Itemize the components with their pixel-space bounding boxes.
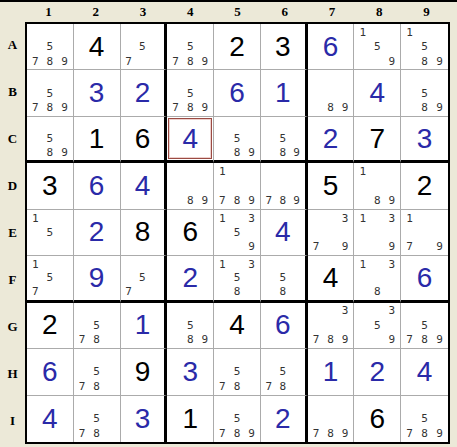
pencil-mark-3: 3 [338, 304, 353, 318]
pencil-mark-8: 8 [323, 100, 338, 114]
pencil-mark-7: 7 [75, 333, 90, 347]
cell-value-A2: 4 [74, 24, 120, 69]
cell-value-F9: 6 [401, 256, 448, 299]
cell-value-B5: 6 [214, 70, 260, 115]
pencil-mark-7: 7 [122, 285, 136, 299]
pencil-marks-F6: 58 [262, 257, 304, 298]
pencil-mark-9: 9 [338, 426, 353, 441]
pencil-mark-9: 9 [432, 100, 447, 114]
pencil-mark-8: 8 [230, 193, 245, 207]
column-label-9: 9 [403, 2, 450, 22]
cell-value-C8: 7 [354, 117, 400, 160]
cell-I7[interactable]: 789 [308, 396, 355, 442]
cell-I1[interactable]: 4 [27, 396, 74, 442]
pencil-mark-9: 9 [57, 100, 72, 114]
pencil-marks-E7: 379 [309, 211, 353, 254]
pencil-mark-7: 7 [75, 379, 90, 393]
sudoku-app: 123456789 ABCDEFGHI 57894575789236159158… [0, 0, 457, 447]
pencil-mark-1: 1 [355, 25, 370, 39]
cell-H8[interactable]: 2 [354, 349, 401, 395]
pencil-mark-5: 5 [230, 411, 245, 426]
pencil-mark-8: 8 [43, 100, 58, 114]
pencil-mark-5: 5 [370, 318, 385, 332]
cell-value-H3: 9 [121, 349, 165, 394]
pencil-mark-5: 5 [43, 39, 58, 53]
pencil-mark-8: 8 [276, 379, 290, 393]
cell-E7[interactable]: 379 [308, 210, 355, 256]
column-label-2: 2 [72, 2, 119, 22]
pencil-mark-5: 5 [230, 271, 245, 285]
pencil-mark-5: 5 [89, 318, 104, 332]
cell-value-C4: 4 [167, 117, 213, 160]
cell-A7[interactable]: 6 [308, 24, 355, 70]
cell-value-I6: 2 [261, 396, 305, 442]
pencil-mark-5: 5 [89, 365, 104, 379]
pencil-mark-9: 9 [290, 193, 304, 207]
cell-value-E2: 2 [74, 210, 120, 255]
cell-C9[interactable]: 3 [401, 117, 448, 163]
cell-D7[interactable]: 5 [308, 163, 355, 209]
row-label-C: C [0, 116, 25, 163]
pencil-mark-9: 9 [432, 426, 447, 441]
pencil-mark-8: 8 [89, 379, 104, 393]
pencil-marks-A9: 1589 [402, 25, 447, 68]
pencil-mark-5: 5 [89, 411, 104, 426]
cell-A9[interactable]: 1589 [401, 24, 448, 70]
pencil-mark-5: 5 [135, 39, 149, 53]
pencil-marks-C5: 589 [215, 118, 259, 159]
pencil-mark-7: 7 [122, 54, 136, 68]
pencil-mark-8: 8 [183, 100, 198, 114]
cell-D1[interactable]: 3 [27, 163, 74, 209]
pencil-mark-8: 8 [43, 146, 58, 160]
cell-B3[interactable]: 2 [121, 70, 168, 116]
cell-E1[interactable]: 15 [27, 210, 74, 256]
pencil-mark-8: 8 [323, 333, 338, 347]
column-label-3: 3 [119, 2, 166, 22]
pencil-mark-9: 9 [385, 333, 400, 347]
pencil-mark-5: 5 [183, 86, 198, 100]
pencil-mark-9: 9 [432, 333, 447, 347]
cell-value-I1: 4 [27, 396, 73, 442]
cell-F8[interactable]: 138 [354, 256, 401, 302]
cell-value-G6: 6 [261, 303, 305, 348]
cell-G6[interactable]: 6 [261, 303, 308, 349]
cell-B2[interactable]: 3 [74, 70, 121, 116]
pencil-marks-A3: 57 [122, 25, 164, 68]
cell-D8[interactable]: 189 [354, 163, 401, 209]
pencil-mark-9: 9 [244, 146, 259, 160]
cell-C4[interactable]: 4 [167, 117, 214, 163]
cell-value-I4: 1 [167, 396, 213, 442]
cell-I8[interactable]: 6 [354, 396, 401, 442]
cell-value-H8: 2 [354, 349, 400, 394]
cell-value-B2: 3 [74, 70, 120, 115]
pencil-mark-9: 9 [338, 100, 353, 114]
pencil-marks-H6: 578 [262, 350, 304, 393]
pencil-mark-5: 5 [370, 39, 385, 53]
pencil-mark-5: 5 [276, 271, 290, 285]
cell-G8[interactable]: 359 [354, 303, 401, 349]
pencil-mark-9: 9 [198, 193, 213, 207]
row-label-G: G [0, 303, 25, 350]
pencil-mark-8: 8 [370, 193, 385, 207]
pencil-mark-9: 9 [385, 54, 400, 68]
cell-F6[interactable]: 58 [261, 256, 308, 302]
cell-value-D9: 2 [401, 163, 448, 208]
pencil-mark-9: 9 [338, 333, 353, 347]
pencil-mark-7: 7 [402, 240, 417, 254]
pencil-mark-8: 8 [230, 146, 245, 160]
cell-value-A7: 6 [308, 24, 354, 69]
cell-value-E4: 6 [167, 210, 213, 255]
pencil-mark-7: 7 [28, 285, 43, 299]
pencil-mark-3: 3 [385, 257, 400, 271]
pencil-marks-E1: 15 [28, 211, 72, 254]
pencil-marks-G2: 578 [75, 304, 119, 347]
pencil-marks-D5: 1789 [215, 164, 259, 207]
pencil-mark-1: 1 [215, 257, 230, 271]
cell-G5[interactable]: 4 [214, 303, 261, 349]
cell-C7[interactable]: 2 [308, 117, 355, 163]
pencil-mark-9: 9 [385, 193, 400, 207]
pencil-mark-1: 1 [28, 257, 43, 271]
cell-G9[interactable]: 5789 [401, 303, 448, 349]
row-label-I: I [0, 397, 25, 444]
pencil-mark-9: 9 [432, 240, 447, 254]
pencil-mark-5: 5 [183, 318, 198, 332]
cell-I5[interactable]: 5789 [214, 396, 261, 442]
pencil-mark-9: 9 [244, 193, 259, 207]
cell-I9[interactable]: 5789 [401, 396, 448, 442]
cell-value-E3: 8 [121, 210, 165, 255]
column-label-1: 1 [25, 2, 72, 22]
pencil-mark-5: 5 [43, 132, 58, 146]
pencil-mark-7: 7 [402, 333, 417, 347]
cell-E4[interactable]: 6 [167, 210, 214, 256]
column-label-7: 7 [308, 2, 355, 22]
cell-H9[interactable]: 4 [401, 349, 448, 395]
cell-E2[interactable]: 2 [74, 210, 121, 256]
pencil-marks-F8: 138 [355, 257, 399, 298]
pencil-mark-5: 5 [183, 39, 198, 53]
pencil-mark-5: 5 [417, 318, 432, 332]
pencil-mark-8: 8 [323, 426, 338, 441]
cell-I2[interactable]: 578 [74, 396, 121, 442]
board: 5789457578923615915895789325789618945895… [25, 22, 450, 444]
cell-B8[interactable]: 4 [354, 70, 401, 116]
pencil-mark-3: 3 [244, 211, 259, 225]
cell-A3[interactable]: 57 [121, 24, 168, 70]
cell-value-F7: 4 [308, 256, 354, 299]
cell-value-A6: 3 [261, 24, 305, 69]
pencil-mark-8: 8 [276, 146, 290, 160]
pencil-mark-7: 7 [215, 379, 230, 393]
pencil-mark-7: 7 [402, 426, 417, 441]
column-label-6: 6 [261, 2, 308, 22]
cell-D2[interactable]: 6 [74, 163, 121, 209]
column-label-4: 4 [167, 2, 214, 22]
cell-D6[interactable]: 789 [261, 163, 308, 209]
pencil-mark-8: 8 [43, 54, 58, 68]
pencil-mark-1: 1 [402, 25, 417, 39]
pencil-mark-8: 8 [183, 54, 198, 68]
pencil-mark-7: 7 [75, 426, 90, 441]
pencil-marks-I9: 5789 [402, 397, 447, 441]
row-labels: ABCDEFGHI [0, 22, 25, 444]
cell-value-D7: 5 [308, 163, 354, 208]
cell-E9[interactable]: 179 [401, 210, 448, 256]
pencil-marks-E9: 179 [402, 211, 447, 254]
cell-A1[interactable]: 5789 [27, 24, 74, 70]
pencil-marks-C1: 589 [28, 118, 72, 159]
cell-H3[interactable]: 9 [121, 349, 168, 395]
pencil-marks-A8: 159 [355, 25, 399, 68]
pencil-mark-7: 7 [215, 193, 230, 207]
pencil-mark-5: 5 [43, 225, 58, 239]
pencil-marks-B4: 5789 [168, 71, 212, 114]
cell-value-D1: 3 [27, 163, 73, 208]
pencil-mark-8: 8 [417, 426, 432, 441]
pencil-marks-I5: 5789 [215, 397, 259, 441]
cell-value-A5: 2 [214, 24, 260, 69]
pencil-mark-7: 7 [309, 426, 324, 441]
cell-value-C9: 3 [401, 117, 448, 160]
cell-C2[interactable]: 1 [74, 117, 121, 163]
cell-value-I3: 3 [121, 396, 165, 442]
pencil-mark-1: 1 [215, 164, 230, 178]
cell-A4[interactable]: 5789 [167, 24, 214, 70]
pencil-mark-7: 7 [215, 426, 230, 441]
pencil-marks-D4: 89 [168, 164, 212, 207]
cell-value-B3: 2 [121, 70, 165, 115]
pencil-mark-8: 8 [276, 285, 290, 299]
cell-D3[interactable]: 4 [121, 163, 168, 209]
pencil-mark-9: 9 [198, 54, 213, 68]
row-label-A: A [0, 22, 25, 69]
pencil-marks-I2: 578 [75, 397, 119, 441]
pencil-mark-3: 3 [244, 257, 259, 271]
pencil-mark-9: 9 [57, 146, 72, 160]
pencil-mark-8: 8 [370, 285, 385, 299]
cell-D4[interactable]: 89 [167, 163, 214, 209]
pencil-marks-F3: 57 [122, 257, 164, 298]
row-label-B: B [0, 69, 25, 116]
cell-G7[interactable]: 3789 [308, 303, 355, 349]
pencil-marks-D8: 189 [355, 164, 399, 207]
cell-B1[interactable]: 5789 [27, 70, 74, 116]
pencil-marks-B1: 5789 [28, 71, 72, 114]
cell-value-B6: 1 [261, 70, 305, 115]
pencil-mark-5: 5 [135, 271, 149, 285]
cell-value-G5: 4 [214, 303, 260, 348]
pencil-mark-7: 7 [309, 333, 324, 347]
cell-value-C3: 6 [121, 117, 165, 160]
pencil-mark-7: 7 [309, 240, 324, 254]
cell-A2[interactable]: 4 [74, 24, 121, 70]
pencil-mark-5: 5 [230, 365, 245, 379]
cell-H1[interactable]: 6 [27, 349, 74, 395]
pencil-marks-D6: 789 [262, 164, 304, 207]
cell-G1[interactable]: 2 [27, 303, 74, 349]
pencil-mark-3: 3 [385, 211, 400, 225]
cell-value-G3: 1 [121, 303, 165, 348]
cell-value-H1: 6 [27, 349, 73, 394]
row-label-F: F [0, 256, 25, 303]
row-label-D: D [0, 163, 25, 210]
pencil-mark-8: 8 [230, 285, 245, 299]
pencil-mark-7: 7 [262, 193, 276, 207]
pencil-marks-E5: 1359 [215, 211, 259, 254]
pencil-mark-3: 3 [338, 211, 353, 225]
pencil-mark-7: 7 [168, 54, 183, 68]
pencil-mark-3: 3 [385, 304, 400, 318]
cell-value-F2: 9 [74, 256, 120, 299]
pencil-marks-F5: 1358 [215, 257, 259, 298]
pencil-marks-G7: 3789 [309, 304, 353, 347]
pencil-mark-1: 1 [355, 211, 370, 225]
cell-value-H4: 3 [167, 349, 213, 394]
pencil-marks-G8: 359 [355, 304, 399, 347]
pencil-mark-5: 5 [417, 86, 432, 100]
cell-value-D2: 6 [74, 163, 120, 208]
cell-value-H7: 1 [308, 349, 354, 394]
cell-E5[interactable]: 1359 [214, 210, 261, 256]
pencil-marks-I7: 789 [309, 397, 353, 441]
column-label-8: 8 [356, 2, 403, 22]
pencil-mark-5: 5 [43, 271, 58, 285]
pencil-mark-5: 5 [417, 411, 432, 426]
cell-value-E6: 4 [261, 210, 305, 255]
pencil-mark-5: 5 [276, 132, 290, 146]
pencil-mark-5: 5 [417, 39, 432, 53]
pencil-marks-B7: 89 [309, 71, 353, 114]
cell-F1[interactable]: 157 [27, 256, 74, 302]
pencil-mark-7: 7 [262, 379, 276, 393]
cell-I3[interactable]: 3 [121, 396, 168, 442]
cell-B9[interactable]: 589 [401, 70, 448, 116]
cell-value-C2: 1 [74, 117, 120, 160]
pencil-marks-H2: 578 [75, 350, 119, 393]
cell-H5[interactable]: 578 [214, 349, 261, 395]
pencil-mark-1: 1 [215, 211, 230, 225]
pencil-marks-E8: 139 [355, 211, 399, 254]
pencil-mark-8: 8 [230, 379, 245, 393]
pencil-mark-8: 8 [417, 54, 432, 68]
cell-F7[interactable]: 4 [308, 256, 355, 302]
cell-H4[interactable]: 3 [167, 349, 214, 395]
pencil-mark-8: 8 [183, 333, 198, 347]
pencil-mark-9: 9 [432, 54, 447, 68]
cell-C3[interactable]: 6 [121, 117, 168, 163]
cell-F5[interactable]: 1358 [214, 256, 261, 302]
cell-value-G1: 2 [27, 303, 73, 348]
pencil-marks-G4: 589 [168, 304, 212, 347]
pencil-marks-H5: 578 [215, 350, 259, 393]
pencil-mark-9: 9 [198, 333, 213, 347]
cell-B5[interactable]: 6 [214, 70, 261, 116]
pencil-marks-A1: 5789 [28, 25, 72, 68]
cell-E6[interactable]: 4 [261, 210, 308, 256]
pencil-mark-5: 5 [43, 86, 58, 100]
cell-C6[interactable]: 589 [261, 117, 308, 163]
row-label-E: E [0, 210, 25, 257]
pencil-mark-7: 7 [28, 54, 43, 68]
cell-F3[interactable]: 57 [121, 256, 168, 302]
cell-value-B8: 4 [354, 70, 400, 115]
cell-E3[interactable]: 8 [121, 210, 168, 256]
pencil-mark-8: 8 [417, 333, 432, 347]
cell-value-F4: 2 [167, 256, 213, 299]
cell-value-C7: 2 [308, 117, 354, 160]
column-label-5: 5 [214, 2, 261, 22]
cell-value-H9: 4 [401, 349, 448, 394]
row-label-H: H [0, 350, 25, 397]
pencil-mark-9: 9 [385, 240, 400, 254]
cell-I4[interactable]: 1 [167, 396, 214, 442]
cell-I6[interactable]: 2 [261, 396, 308, 442]
column-labels: 123456789 [25, 2, 450, 22]
cell-G4[interactable]: 589 [167, 303, 214, 349]
cell-E8[interactable]: 139 [354, 210, 401, 256]
cell-A8[interactable]: 159 [354, 24, 401, 70]
cell-B7[interactable]: 89 [308, 70, 355, 116]
pencil-marks-B9: 589 [402, 71, 447, 114]
cell-H2[interactable]: 578 [74, 349, 121, 395]
cell-A5[interactable]: 2 [214, 24, 261, 70]
cell-G2[interactable]: 578 [74, 303, 121, 349]
pencil-mark-1: 1 [355, 164, 370, 178]
cell-H7[interactable]: 1 [308, 349, 355, 395]
cell-C5[interactable]: 589 [214, 117, 261, 163]
cell-F2[interactable]: 9 [74, 256, 121, 302]
pencil-mark-8: 8 [89, 333, 104, 347]
pencil-mark-1: 1 [402, 211, 417, 225]
pencil-mark-1: 1 [28, 211, 43, 225]
pencil-mark-9: 9 [244, 426, 259, 441]
cell-B4[interactable]: 5789 [167, 70, 214, 116]
cell-C1[interactable]: 589 [27, 117, 74, 163]
cell-G3[interactable]: 1 [121, 303, 168, 349]
pencil-mark-8: 8 [230, 426, 245, 441]
pencil-mark-9: 9 [198, 100, 213, 114]
pencil-mark-5: 5 [276, 365, 290, 379]
cell-A6[interactable]: 3 [261, 24, 308, 70]
cell-F4[interactable]: 2 [167, 256, 214, 302]
pencil-mark-8: 8 [417, 100, 432, 114]
cell-H6[interactable]: 578 [261, 349, 308, 395]
cell-value-I8: 6 [354, 396, 400, 442]
pencil-mark-7: 7 [168, 100, 183, 114]
pencil-mark-8: 8 [276, 193, 290, 207]
pencil-mark-9: 9 [338, 240, 353, 254]
pencil-mark-8: 8 [183, 193, 198, 207]
cell-D5[interactable]: 1789 [214, 163, 261, 209]
pencil-marks-C6: 589 [262, 118, 304, 159]
pencil-mark-8: 8 [89, 426, 104, 441]
cell-D9[interactable]: 2 [401, 163, 448, 209]
pencil-mark-9: 9 [57, 54, 72, 68]
pencil-mark-5: 5 [230, 132, 245, 146]
pencil-mark-5: 5 [230, 225, 245, 239]
pencil-mark-9: 9 [290, 146, 304, 160]
pencil-mark-9: 9 [244, 240, 259, 254]
cell-C8[interactable]: 7 [354, 117, 401, 163]
pencil-marks-F1: 157 [28, 257, 72, 298]
cell-F9[interactable]: 6 [401, 256, 448, 302]
pencil-mark-7: 7 [28, 100, 43, 114]
cell-B6[interactable]: 1 [261, 70, 308, 116]
